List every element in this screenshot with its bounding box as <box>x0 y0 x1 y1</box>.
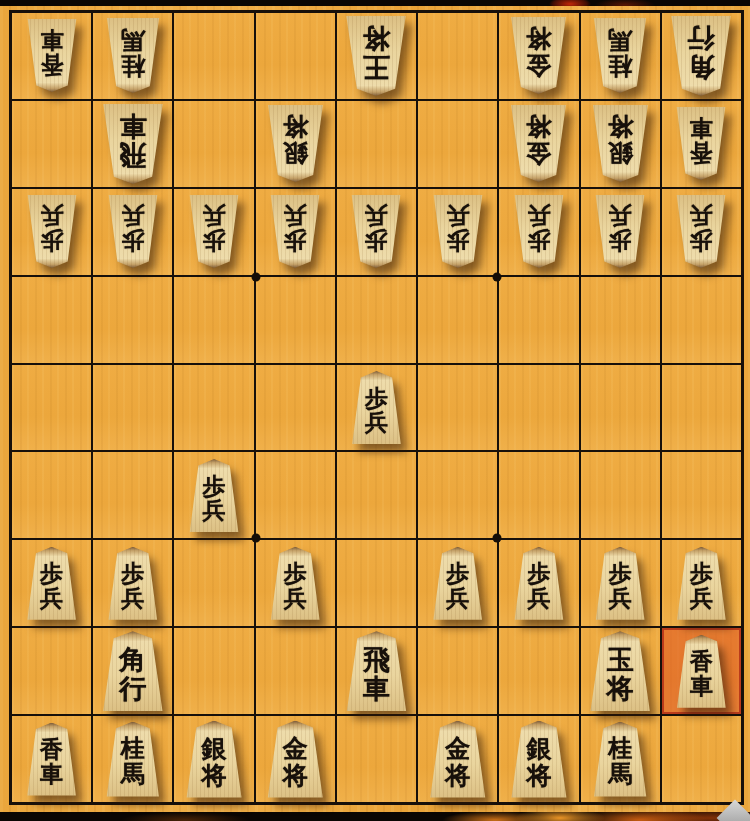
piece-white-rook[interactable]: 飛車 <box>100 104 166 184</box>
piece-body: 香車 <box>25 19 79 92</box>
square-8h[interactable]: 角行 <box>93 628 172 714</box>
piece-white-pawn[interactable]: 歩兵 <box>512 195 566 268</box>
square-7g[interactable] <box>174 540 253 626</box>
square-4c[interactable]: 歩兵 <box>418 189 497 275</box>
piece-kanji-label: 香車 <box>690 649 713 699</box>
piece-black-bishop[interactable]: 角行 <box>100 631 166 711</box>
piece-body: 銀将 <box>184 721 245 798</box>
square-7e[interactable] <box>174 365 253 451</box>
square-6f[interactable] <box>256 452 335 538</box>
piece-white-pawn[interactable]: 歩兵 <box>106 195 160 268</box>
piece-white-silver[interactable]: 銀将 <box>590 105 651 182</box>
square-5a[interactable]: 王将 <box>337 13 416 99</box>
piece-black-pawn[interactable]: 歩兵 <box>187 459 241 532</box>
piece-black-gold[interactable]: 金将 <box>265 721 326 798</box>
square-7b[interactable] <box>174 101 253 187</box>
piece-body: 歩兵 <box>106 547 160 620</box>
square-1b[interactable]: 香車 <box>662 101 741 187</box>
piece-black-pawn[interactable]: 歩兵 <box>674 547 728 620</box>
piece-white-pawn[interactable]: 歩兵 <box>268 195 322 268</box>
piece-black-gold[interactable]: 金将 <box>427 721 488 798</box>
square-4h[interactable] <box>418 628 497 714</box>
piece-black-pawn[interactable]: 歩兵 <box>431 547 485 620</box>
square-5h[interactable]: 飛車 <box>337 628 416 714</box>
piece-black-knight[interactable]: 桂馬 <box>104 722 162 797</box>
piece-body: 歩兵 <box>512 547 566 620</box>
square-8e[interactable] <box>93 365 172 451</box>
piece-kanji-label: 桂馬 <box>608 736 632 788</box>
piece-body: 金将 <box>265 721 326 798</box>
square-3d[interactable] <box>499 277 578 363</box>
square-2e[interactable] <box>581 365 660 451</box>
square-8f[interactable] <box>93 452 172 538</box>
square-7a[interactable] <box>174 13 253 99</box>
piece-body: 金将 <box>508 17 569 94</box>
piece-white-knight[interactable]: 桂馬 <box>591 18 649 93</box>
piece-kanji-label: 香車 <box>40 28 63 78</box>
square-2g[interactable]: 歩兵 <box>581 540 660 626</box>
square-4g[interactable]: 歩兵 <box>418 540 497 626</box>
square-5i[interactable] <box>337 716 416 802</box>
piece-body: 金将 <box>508 105 569 182</box>
piece-body: 歩兵 <box>349 195 403 268</box>
piece-black-lance[interactable]: 香車 <box>674 635 728 708</box>
piece-kanji-label: 金将 <box>526 26 551 80</box>
square-4e[interactable] <box>418 365 497 451</box>
board-grid: 香車桂馬王将金将桂馬角行飛車銀将金将銀将香車歩兵歩兵歩兵歩兵歩兵歩兵歩兵歩兵歩兵… <box>9 10 744 805</box>
piece-body: 飛車 <box>100 104 166 184</box>
square-9g[interactable]: 歩兵 <box>12 540 91 626</box>
piece-white-gold[interactable]: 金将 <box>508 105 569 182</box>
piece-kanji-label: 歩兵 <box>690 561 713 611</box>
piece-kanji-label: 桂馬 <box>121 27 145 79</box>
piece-black-pawn[interactable]: 歩兵 <box>349 371 403 444</box>
piece-kanji-label: 歩兵 <box>40 204 63 254</box>
piece-kanji-label: 銀将 <box>202 735 227 789</box>
piece-body: 歩兵 <box>187 195 241 268</box>
square-6g[interactable]: 歩兵 <box>256 540 335 626</box>
square-3b[interactable]: 金将 <box>499 101 578 187</box>
piece-kanji-label: 歩兵 <box>527 561 550 611</box>
piece-body: 歩兵 <box>431 547 485 620</box>
square-2i[interactable]: 桂馬 <box>581 716 660 802</box>
square-9a[interactable]: 香車 <box>12 13 91 99</box>
square-3g[interactable]: 歩兵 <box>499 540 578 626</box>
piece-kanji-label: 玉将 <box>607 645 634 703</box>
square-6e[interactable] <box>256 365 335 451</box>
piece-kanji-label: 歩兵 <box>365 386 388 436</box>
piece-kanji-label: 王将 <box>363 24 390 82</box>
piece-body: 歩兵 <box>674 547 728 620</box>
piece-kanji-label: 歩兵 <box>609 561 632 611</box>
piece-black-pawn[interactable]: 歩兵 <box>512 547 566 620</box>
piece-kanji-label: 歩兵 <box>40 561 63 611</box>
piece-white-knight[interactable]: 桂馬 <box>104 18 162 93</box>
square-1h[interactable]: 香車 <box>662 628 741 714</box>
piece-body: 桂馬 <box>104 18 162 93</box>
piece-black-king[interactable]: 玉将 <box>587 631 653 711</box>
piece-kanji-label: 金将 <box>283 735 308 789</box>
piece-kanji-label: 銀将 <box>526 735 551 789</box>
square-7c[interactable]: 歩兵 <box>174 189 253 275</box>
square-9h[interactable] <box>12 628 91 714</box>
piece-kanji-label: 歩兵 <box>690 204 713 254</box>
square-2d[interactable] <box>581 277 660 363</box>
square-3h[interactable] <box>499 628 578 714</box>
square-2c[interactable]: 歩兵 <box>581 189 660 275</box>
square-1e[interactable] <box>662 365 741 451</box>
square-7f[interactable]: 歩兵 <box>174 452 253 538</box>
square-5c[interactable]: 歩兵 <box>337 189 416 275</box>
square-6b[interactable]: 銀将 <box>256 101 335 187</box>
piece-white-pawn[interactable]: 歩兵 <box>25 195 79 268</box>
piece-white-pawn[interactable]: 歩兵 <box>674 195 728 268</box>
square-6d[interactable] <box>256 277 335 363</box>
square-9d[interactable] <box>12 277 91 363</box>
square-5b[interactable] <box>337 101 416 187</box>
piece-body: 玉将 <box>587 631 653 711</box>
piece-black-knight[interactable]: 桂馬 <box>591 722 649 797</box>
square-1a[interactable]: 角行 <box>662 13 741 99</box>
piece-body: 角行 <box>668 16 734 96</box>
square-4a[interactable] <box>418 13 497 99</box>
square-3f[interactable] <box>499 452 578 538</box>
piece-body: 歩兵 <box>268 195 322 268</box>
square-8b[interactable]: 飛車 <box>93 101 172 187</box>
piece-white-king[interactable]: 王将 <box>343 16 409 96</box>
square-5d[interactable] <box>337 277 416 363</box>
piece-body: 歩兵 <box>349 371 403 444</box>
shogi-board: 香車桂馬王将金将桂馬角行飛車銀将金将銀将香車歩兵歩兵歩兵歩兵歩兵歩兵歩兵歩兵歩兵… <box>0 6 750 812</box>
piece-body: 歩兵 <box>106 195 160 268</box>
piece-kanji-label: 歩兵 <box>609 204 632 254</box>
square-7h[interactable] <box>174 628 253 714</box>
square-5f[interactable] <box>337 452 416 538</box>
piece-body: 香車 <box>674 107 728 180</box>
square-4i[interactable]: 金将 <box>418 716 497 802</box>
piece-kanji-label: 香車 <box>40 737 63 787</box>
square-6i[interactable]: 金将 <box>256 716 335 802</box>
piece-white-pawn[interactable]: 歩兵 <box>593 195 647 268</box>
piece-kanji-label: 歩兵 <box>203 204 226 254</box>
piece-body: 銀将 <box>265 105 326 182</box>
piece-kanji-label: 金将 <box>445 735 470 789</box>
square-9i[interactable]: 香車 <box>12 716 91 802</box>
piece-kanji-label: 歩兵 <box>121 204 144 254</box>
piece-body: 桂馬 <box>591 18 649 93</box>
square-3i[interactable]: 銀将 <box>499 716 578 802</box>
square-3e[interactable] <box>499 365 578 451</box>
piece-kanji-label: 歩兵 <box>284 561 307 611</box>
square-8i[interactable]: 桂馬 <box>93 716 172 802</box>
piece-black-pawn[interactable]: 歩兵 <box>106 547 160 620</box>
piece-white-pawn[interactable]: 歩兵 <box>431 195 485 268</box>
piece-black-silver[interactable]: 銀将 <box>508 721 569 798</box>
piece-black-pawn[interactable]: 歩兵 <box>268 547 322 620</box>
piece-body: 角行 <box>100 631 166 711</box>
square-8c[interactable]: 歩兵 <box>93 189 172 275</box>
piece-kanji-label: 歩兵 <box>446 204 469 254</box>
piece-body: 桂馬 <box>104 722 162 797</box>
piece-kanji-label: 桂馬 <box>121 736 145 788</box>
square-8d[interactable] <box>93 277 172 363</box>
piece-black-pawn[interactable]: 歩兵 <box>593 547 647 620</box>
square-1d[interactable] <box>662 277 741 363</box>
piece-kanji-label: 銀将 <box>283 114 308 168</box>
square-1i[interactable] <box>662 716 741 802</box>
piece-black-pawn[interactable]: 歩兵 <box>25 547 79 620</box>
square-6c[interactable]: 歩兵 <box>256 189 335 275</box>
square-2a[interactable]: 桂馬 <box>581 13 660 99</box>
square-9f[interactable] <box>12 452 91 538</box>
piece-body: 歩兵 <box>25 547 79 620</box>
piece-white-pawn[interactable]: 歩兵 <box>187 195 241 268</box>
piece-body: 歩兵 <box>187 459 241 532</box>
piece-body: 桂馬 <box>591 722 649 797</box>
piece-body: 香車 <box>25 723 79 796</box>
piece-kanji-label: 歩兵 <box>284 204 307 254</box>
piece-kanji-label: 飛車 <box>119 112 146 170</box>
square-4f[interactable] <box>418 452 497 538</box>
piece-white-pawn[interactable]: 歩兵 <box>349 195 403 268</box>
square-9e[interactable] <box>12 365 91 451</box>
square-4b[interactable] <box>418 101 497 187</box>
piece-black-lance[interactable]: 香車 <box>25 723 79 796</box>
piece-kanji-label: 歩兵 <box>121 561 144 611</box>
piece-body: 金将 <box>427 721 488 798</box>
piece-kanji-label: 角行 <box>688 24 715 82</box>
piece-kanji-label: 角行 <box>119 645 146 703</box>
square-3c[interactable]: 歩兵 <box>499 189 578 275</box>
piece-black-rook[interactable]: 飛車 <box>343 631 409 711</box>
piece-body: 歩兵 <box>25 195 79 268</box>
piece-body: 銀将 <box>508 721 569 798</box>
piece-body: 歩兵 <box>674 195 728 268</box>
piece-kanji-label: 歩兵 <box>527 204 550 254</box>
square-7i[interactable]: 銀将 <box>174 716 253 802</box>
piece-body: 王将 <box>343 16 409 96</box>
square-2f[interactable] <box>581 452 660 538</box>
square-9b[interactable] <box>12 101 91 187</box>
square-8g[interactable]: 歩兵 <box>93 540 172 626</box>
piece-body: 歩兵 <box>593 195 647 268</box>
square-2h[interactable]: 玉将 <box>581 628 660 714</box>
piece-body: 歩兵 <box>593 547 647 620</box>
piece-body: 歩兵 <box>268 547 322 620</box>
piece-body: 歩兵 <box>512 195 566 268</box>
piece-kanji-label: 歩兵 <box>365 204 388 254</box>
piece-body: 香車 <box>674 635 728 708</box>
square-1f[interactable] <box>662 452 741 538</box>
square-6a[interactable] <box>256 13 335 99</box>
square-1c[interactable]: 歩兵 <box>662 189 741 275</box>
piece-white-lance[interactable]: 香車 <box>674 107 728 180</box>
piece-kanji-label: 香車 <box>690 116 713 166</box>
piece-white-silver[interactable]: 銀将 <box>265 105 326 182</box>
piece-kanji-label: 歩兵 <box>203 474 226 524</box>
piece-white-bishop[interactable]: 角行 <box>668 16 734 96</box>
piece-body: 歩兵 <box>431 195 485 268</box>
piece-white-gold[interactable]: 金将 <box>508 17 569 94</box>
shogi-app-window: 香車桂馬王将金将桂馬角行飛車銀将金将銀将香車歩兵歩兵歩兵歩兵歩兵歩兵歩兵歩兵歩兵… <box>0 0 750 821</box>
piece-white-lance[interactable]: 香車 <box>25 19 79 92</box>
square-1g[interactable]: 歩兵 <box>662 540 741 626</box>
piece-kanji-label: 飛車 <box>363 645 390 703</box>
piece-black-silver[interactable]: 銀将 <box>184 721 245 798</box>
piece-kanji-label: 銀将 <box>608 114 633 168</box>
piece-kanji-label: 桂馬 <box>608 27 632 79</box>
square-8a[interactable]: 桂馬 <box>93 13 172 99</box>
piece-body: 飛車 <box>343 631 409 711</box>
piece-kanji-label: 歩兵 <box>446 561 469 611</box>
piece-body: 銀将 <box>590 105 651 182</box>
piece-kanji-label: 金将 <box>526 114 551 168</box>
square-5e[interactable]: 歩兵 <box>337 365 416 451</box>
square-9c[interactable]: 歩兵 <box>12 189 91 275</box>
square-5g[interactable] <box>337 540 416 626</box>
square-7d[interactable] <box>174 277 253 363</box>
square-6h[interactable] <box>256 628 335 714</box>
square-3a[interactable]: 金将 <box>499 13 578 99</box>
square-4d[interactable] <box>418 277 497 363</box>
square-2b[interactable]: 銀将 <box>581 101 660 187</box>
